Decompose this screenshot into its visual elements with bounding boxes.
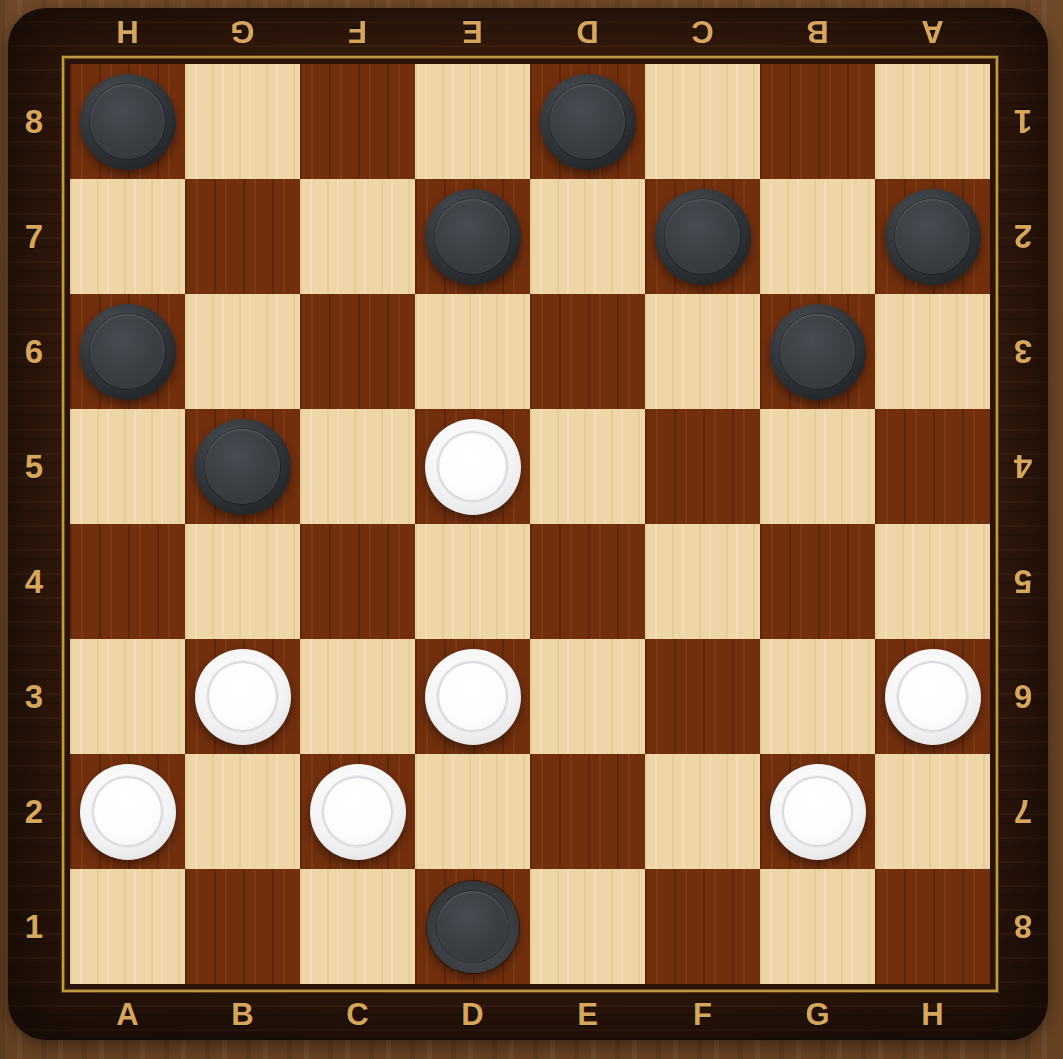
square-a5[interactable] bbox=[70, 409, 185, 524]
square-g8[interactable] bbox=[760, 64, 875, 179]
square-c5[interactable] bbox=[300, 409, 415, 524]
square-g4[interactable] bbox=[760, 524, 875, 639]
square-a6[interactable] bbox=[70, 294, 185, 409]
file-label-bottom-h: H bbox=[875, 990, 990, 1040]
square-d2[interactable] bbox=[415, 754, 530, 869]
square-a8[interactable] bbox=[70, 64, 185, 179]
file-label-bottom-d: D bbox=[415, 990, 530, 1040]
square-c6[interactable] bbox=[300, 294, 415, 409]
file-label-bottom-a: A bbox=[70, 990, 185, 1040]
square-e2[interactable] bbox=[530, 754, 645, 869]
rank-label-right-7: 7 bbox=[996, 754, 1050, 869]
square-d3[interactable] bbox=[415, 639, 530, 754]
file-label-bottom-g: G bbox=[760, 990, 875, 1040]
square-d8[interactable] bbox=[415, 64, 530, 179]
square-c8[interactable] bbox=[300, 64, 415, 179]
file-label-bottom-b: B bbox=[185, 990, 300, 1040]
square-b5[interactable] bbox=[185, 409, 300, 524]
file-label-top-d: D bbox=[530, 6, 645, 56]
rank-label-right-3: 3 bbox=[996, 294, 1050, 409]
rank-label-left-4: 4 bbox=[6, 524, 62, 639]
square-e8[interactable] bbox=[530, 64, 645, 179]
piece-black-man-g6[interactable] bbox=[770, 304, 866, 400]
square-e7[interactable] bbox=[530, 179, 645, 294]
file-label-top-h: H bbox=[70, 6, 185, 56]
square-e3[interactable] bbox=[530, 639, 645, 754]
square-g5[interactable] bbox=[760, 409, 875, 524]
square-h5[interactable] bbox=[875, 409, 990, 524]
square-a2[interactable] bbox=[70, 754, 185, 869]
crown-icon bbox=[447, 901, 499, 953]
square-f2[interactable] bbox=[645, 754, 760, 869]
square-a7[interactable] bbox=[70, 179, 185, 294]
file-label-top-c: C bbox=[645, 6, 760, 56]
page: { "game": "checkers", "board": { "files"… bbox=[0, 0, 1063, 1059]
square-c7[interactable] bbox=[300, 179, 415, 294]
square-c3[interactable] bbox=[300, 639, 415, 754]
square-h1[interactable] bbox=[875, 869, 990, 984]
square-f6[interactable] bbox=[645, 294, 760, 409]
square-e1[interactable] bbox=[530, 869, 645, 984]
piece-black-man-f7[interactable] bbox=[655, 189, 751, 285]
square-b2[interactable] bbox=[185, 754, 300, 869]
square-f4[interactable] bbox=[645, 524, 760, 639]
file-label-top-e: E bbox=[415, 6, 530, 56]
square-b4[interactable] bbox=[185, 524, 300, 639]
piece-white-man-b3[interactable] bbox=[195, 649, 291, 745]
square-c2[interactable] bbox=[300, 754, 415, 869]
square-f3[interactable] bbox=[645, 639, 760, 754]
piece-white-man-a2[interactable] bbox=[80, 764, 176, 860]
rank-label-right-4: 4 bbox=[996, 409, 1050, 524]
rank-label-right-2: 2 bbox=[996, 179, 1050, 294]
square-d6[interactable] bbox=[415, 294, 530, 409]
square-a4[interactable] bbox=[70, 524, 185, 639]
rank-labels-left: 87654321 bbox=[6, 64, 62, 984]
file-label-bottom-c: C bbox=[300, 990, 415, 1040]
square-e4[interactable] bbox=[530, 524, 645, 639]
square-g7[interactable] bbox=[760, 179, 875, 294]
square-e6[interactable] bbox=[530, 294, 645, 409]
square-g6[interactable] bbox=[760, 294, 875, 409]
piece-white-man-g2[interactable] bbox=[770, 764, 866, 860]
rank-label-left-7: 7 bbox=[6, 179, 62, 294]
rank-labels-right: 12345678 bbox=[996, 64, 1050, 984]
square-g2[interactable] bbox=[760, 754, 875, 869]
square-f1[interactable] bbox=[645, 869, 760, 984]
piece-white-man-d5[interactable] bbox=[425, 419, 521, 515]
square-b7[interactable] bbox=[185, 179, 300, 294]
file-label-top-g: G bbox=[185, 6, 300, 56]
square-g3[interactable] bbox=[760, 639, 875, 754]
rank-label-left-1: 1 bbox=[6, 869, 62, 984]
file-labels-bottom: ABCDEFGH bbox=[70, 990, 990, 1040]
square-d4[interactable] bbox=[415, 524, 530, 639]
rank-label-left-8: 8 bbox=[6, 64, 62, 179]
piece-white-man-h3[interactable] bbox=[885, 649, 981, 745]
rank-label-left-3: 3 bbox=[6, 639, 62, 754]
piece-black-man-h7[interactable] bbox=[885, 189, 981, 285]
square-b6[interactable] bbox=[185, 294, 300, 409]
piece-white-man-c2[interactable] bbox=[310, 764, 406, 860]
square-f7[interactable] bbox=[645, 179, 760, 294]
board-border bbox=[62, 56, 998, 992]
piece-black-man-a8[interactable] bbox=[80, 74, 176, 170]
file-label-bottom-f: F bbox=[645, 990, 760, 1040]
rank-label-right-8: 8 bbox=[996, 869, 1050, 984]
square-a1[interactable] bbox=[70, 869, 185, 984]
square-h6[interactable] bbox=[875, 294, 990, 409]
square-e5[interactable] bbox=[530, 409, 645, 524]
square-d1[interactable] bbox=[415, 869, 530, 984]
square-f5[interactable] bbox=[645, 409, 760, 524]
square-d5[interactable] bbox=[415, 409, 530, 524]
rank-label-left-2: 2 bbox=[6, 754, 62, 869]
square-g1[interactable] bbox=[760, 869, 875, 984]
file-label-top-b: B bbox=[760, 6, 875, 56]
checkers-board bbox=[70, 64, 990, 984]
piece-black-king-d1[interactable] bbox=[427, 881, 519, 973]
square-h8[interactable] bbox=[875, 64, 990, 179]
square-a3[interactable] bbox=[70, 639, 185, 754]
square-f8[interactable] bbox=[645, 64, 760, 179]
square-d7[interactable] bbox=[415, 179, 530, 294]
file-label-top-f: F bbox=[300, 6, 415, 56]
file-label-bottom-e: E bbox=[530, 990, 645, 1040]
square-h4[interactable] bbox=[875, 524, 990, 639]
square-h2[interactable] bbox=[875, 754, 990, 869]
square-b3[interactable] bbox=[185, 639, 300, 754]
rank-label-left-6: 6 bbox=[6, 294, 62, 409]
piece-black-man-b5[interactable] bbox=[195, 419, 291, 515]
square-b8[interactable] bbox=[185, 64, 300, 179]
file-labels-top: HGFEDCBA bbox=[70, 6, 990, 56]
square-c4[interactable] bbox=[300, 524, 415, 639]
rank-label-left-5: 5 bbox=[6, 409, 62, 524]
piece-black-man-a6[interactable] bbox=[80, 304, 176, 400]
rank-label-right-1: 1 bbox=[996, 64, 1050, 179]
rank-label-right-5: 5 bbox=[996, 524, 1050, 639]
rank-label-right-6: 6 bbox=[996, 639, 1050, 754]
piece-white-man-d3[interactable] bbox=[425, 649, 521, 745]
piece-black-man-d7[interactable] bbox=[425, 189, 521, 285]
square-c1[interactable] bbox=[300, 869, 415, 984]
square-b1[interactable] bbox=[185, 869, 300, 984]
square-h7[interactable] bbox=[875, 179, 990, 294]
square-h3[interactable] bbox=[875, 639, 990, 754]
file-label-top-a: A bbox=[875, 6, 990, 56]
piece-black-man-e8[interactable] bbox=[540, 74, 636, 170]
